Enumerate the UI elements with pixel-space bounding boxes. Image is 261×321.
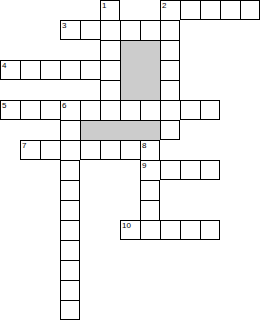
answer-cell-r7c2[interactable]: [40, 140, 60, 160]
answer-cell-r8c9[interactable]: [180, 160, 200, 180]
answer-cell-r0c11[interactable]: [220, 0, 240, 20]
answer-cell-r1c7[interactable]: [140, 20, 160, 40]
answer-cell-r12c3[interactable]: [60, 240, 80, 260]
crossword-puzzle: 12345678910: [0, 0, 261, 321]
answer-cell-r7c1[interactable]: 7: [20, 140, 40, 160]
answer-cell-r7c3[interactable]: [60, 140, 80, 160]
answer-cell-r6c8[interactable]: [160, 120, 180, 140]
answer-cell-r11c9[interactable]: [180, 220, 200, 240]
answer-cell-r4c5[interactable]: [100, 80, 120, 100]
clue-number-2: 2: [162, 1, 166, 10]
answer-cell-r8c10[interactable]: [200, 160, 220, 180]
blocked-cell-r6c4: [80, 120, 100, 140]
answer-cell-r7c7[interactable]: 8: [140, 140, 160, 160]
answer-cell-r7c5[interactable]: [100, 140, 120, 160]
blocked-cell-r3c6: [120, 60, 140, 80]
answer-cell-r0c9[interactable]: [180, 0, 200, 20]
blocked-cell-r6c7: [140, 120, 160, 140]
answer-cell-r5c7[interactable]: [140, 100, 160, 120]
answer-cell-r5c9[interactable]: [180, 100, 200, 120]
answer-cell-r0c5[interactable]: 1: [100, 0, 120, 20]
answer-cell-r5c10[interactable]: [200, 100, 220, 120]
answer-cell-r2c5[interactable]: [100, 40, 120, 60]
answer-cell-r1c6[interactable]: [120, 20, 140, 40]
answer-cell-r5c5[interactable]: [100, 100, 120, 120]
answer-cell-r6c3[interactable]: [60, 120, 80, 140]
answer-cell-r0c8[interactable]: 2: [160, 0, 180, 20]
answer-cell-r0c10[interactable]: [200, 0, 220, 20]
clue-number-10: 10: [122, 221, 131, 230]
answer-cell-r1c8[interactable]: [160, 20, 180, 40]
answer-cell-r3c8[interactable]: [160, 60, 180, 80]
blocked-cell-r3c7: [140, 60, 160, 80]
answer-cell-r7c6[interactable]: [120, 140, 140, 160]
answer-cell-r3c4[interactable]: [80, 60, 100, 80]
answer-cell-r10c7[interactable]: [140, 200, 160, 220]
crossword-board: 12345678910: [0, 0, 260, 320]
answer-cell-r3c0[interactable]: 4: [0, 60, 20, 80]
answer-cell-r5c1[interactable]: [20, 100, 40, 120]
answer-cell-r5c4[interactable]: [80, 100, 100, 120]
blocked-cell-r6c5: [100, 120, 120, 140]
answer-cell-r5c6[interactable]: [120, 100, 140, 120]
answer-cell-r1c3[interactable]: 3: [60, 20, 80, 40]
answer-cell-r8c8[interactable]: [160, 160, 180, 180]
clue-number-3: 3: [62, 21, 66, 30]
answer-cell-r11c7[interactable]: [140, 220, 160, 240]
answer-cell-r5c0[interactable]: 5: [0, 100, 20, 120]
answer-cell-r7c4[interactable]: [80, 140, 100, 160]
answer-cell-r11c6[interactable]: 10: [120, 220, 140, 240]
answer-cell-r15c3[interactable]: [60, 300, 80, 320]
blocked-cell-r2c6: [120, 40, 140, 60]
answer-cell-r3c3[interactable]: [60, 60, 80, 80]
answer-cell-r5c8[interactable]: [160, 100, 180, 120]
answer-cell-r1c4[interactable]: [80, 20, 100, 40]
answer-cell-r9c3[interactable]: [60, 180, 80, 200]
answer-cell-r10c3[interactable]: [60, 200, 80, 220]
clue-number-6: 6: [62, 101, 66, 110]
clue-number-8: 8: [142, 141, 146, 150]
answer-cell-r3c5[interactable]: [100, 60, 120, 80]
answer-cell-r11c10[interactable]: [200, 220, 220, 240]
answer-cell-r4c8[interactable]: [160, 80, 180, 100]
answer-cell-r1c5[interactable]: [100, 20, 120, 40]
clue-number-5: 5: [2, 101, 6, 110]
clue-number-1: 1: [102, 1, 106, 10]
answer-cell-r2c8[interactable]: [160, 40, 180, 60]
clue-number-7: 7: [22, 141, 26, 150]
blocked-cell-r2c7: [140, 40, 160, 60]
answer-cell-r9c7[interactable]: [140, 180, 160, 200]
answer-cell-r0c12[interactable]: [240, 0, 260, 20]
clue-number-4: 4: [2, 61, 6, 70]
answer-cell-r8c3[interactable]: [60, 160, 80, 180]
answer-cell-r3c2[interactable]: [40, 60, 60, 80]
answer-cell-r11c8[interactable]: [160, 220, 180, 240]
clue-number-9: 9: [142, 161, 146, 170]
blocked-cell-r4c7: [140, 80, 160, 100]
answer-cell-r13c3[interactable]: [60, 260, 80, 280]
answer-cell-r11c3[interactable]: [60, 220, 80, 240]
answer-cell-r3c1[interactable]: [20, 60, 40, 80]
answer-cell-r14c3[interactable]: [60, 280, 80, 300]
answer-cell-r5c2[interactable]: [40, 100, 60, 120]
answer-cell-r8c7[interactable]: 9: [140, 160, 160, 180]
blocked-cell-r4c6: [120, 80, 140, 100]
answer-cell-r5c3[interactable]: 6: [60, 100, 80, 120]
blocked-cell-r6c6: [120, 120, 140, 140]
